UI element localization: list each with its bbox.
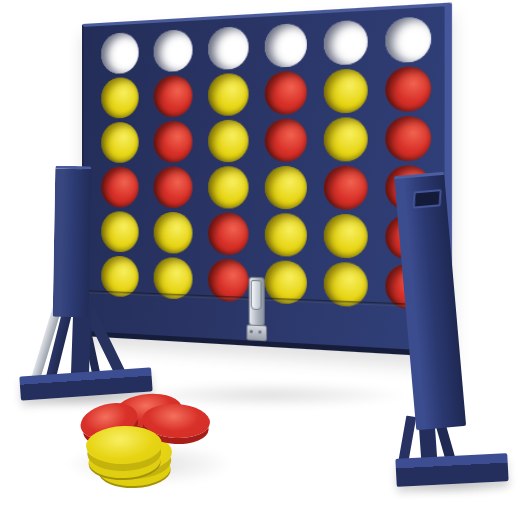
board-cell: [315, 17, 376, 68]
board-cell: [94, 209, 146, 255]
hole-r3c3-yellow-disc[interactable]: [208, 119, 248, 162]
right-foot: [395, 453, 508, 487]
left-support-post: [53, 166, 92, 318]
board-cell: [256, 164, 315, 212]
hole-r4c5-red-disc[interactable]: [323, 166, 367, 210]
hole-r4c3-yellow-disc[interactable]: [208, 166, 248, 208]
scene: [0, 0, 520, 520]
hole-r1c2-empty[interactable]: [153, 29, 192, 72]
hole-r2c1-yellow-disc[interactable]: [101, 77, 138, 119]
latch-lever: [251, 280, 262, 310]
board-cell: [200, 70, 256, 118]
board-cell: [200, 23, 256, 72]
board-cell: [200, 210, 256, 257]
board-cell: [200, 117, 256, 164]
board-cell: [315, 212, 376, 261]
board-cell: [200, 164, 256, 211]
board-cell: [256, 20, 315, 70]
hole-r4c4-yellow-disc[interactable]: [264, 166, 306, 209]
hole-r3c4-red-disc[interactable]: [264, 118, 306, 162]
hole-r5c1-yellow-disc[interactable]: [101, 211, 138, 252]
board-cell: [256, 68, 315, 117]
hole-r3c2-red-disc[interactable]: [153, 121, 192, 163]
board-cell: [146, 210, 200, 257]
board-cell: [376, 13, 440, 65]
hole-r2c6-red-disc[interactable]: [385, 66, 431, 112]
board-cell: [256, 116, 315, 164]
hole-r1c4-empty[interactable]: [264, 23, 306, 68]
board-cell: [376, 113, 440, 163]
hole-r1c6-empty[interactable]: [385, 16, 431, 63]
hole-r4c1-red-disc[interactable]: [101, 167, 138, 208]
hole-r1c1-empty[interactable]: [101, 32, 138, 74]
hole-r2c3-yellow-disc[interactable]: [208, 73, 248, 116]
board-cell: [94, 75, 146, 121]
latch-screw: [258, 330, 261, 333]
hole-r5c2-yellow-disc[interactable]: [153, 212, 192, 254]
board-grid: [94, 13, 440, 312]
board-cell: [315, 66, 376, 116]
board-cell: [94, 120, 146, 165]
latch[interactable]: [246, 277, 266, 342]
board-cell: [315, 163, 376, 212]
board-cell: [315, 115, 376, 164]
hole-r3c1-yellow-disc[interactable]: [101, 122, 138, 163]
hole-r1c5-empty[interactable]: [323, 20, 367, 66]
board-cell: [146, 27, 200, 75]
board-cell: [94, 165, 146, 210]
hole-r3c6-red-disc[interactable]: [385, 116, 431, 161]
board-cell: [376, 63, 440, 114]
hole-r1c3-empty[interactable]: [208, 26, 248, 70]
board-cell: [256, 211, 315, 259]
board-cell: [146, 72, 200, 119]
hole-r3c5-yellow-disc[interactable]: [323, 117, 367, 162]
board-cell: [146, 118, 200, 164]
hole-r2c5-yellow-disc[interactable]: [323, 68, 367, 113]
board-cell: [94, 30, 146, 77]
hole-r5c5-yellow-disc[interactable]: [323, 214, 367, 259]
board-cell: [146, 164, 200, 210]
latch-screw: [250, 330, 253, 333]
hole-r4c2-red-disc[interactable]: [153, 166, 192, 208]
hole-r2c2-red-disc[interactable]: [153, 75, 192, 118]
hole-r5c3-red-disc[interactable]: [208, 212, 248, 255]
hole-r5c4-yellow-disc[interactable]: [264, 213, 306, 257]
latch-base: [246, 324, 267, 341]
hole-r2c4-red-disc[interactable]: [264, 71, 306, 115]
board-slot: [413, 189, 442, 209]
